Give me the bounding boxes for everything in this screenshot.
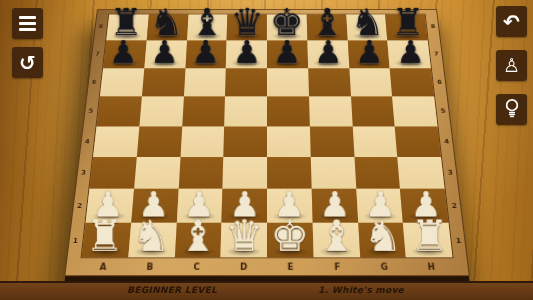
file-label-d: D [219,259,266,275]
restart-button[interactable]: ↺ [12,47,43,78]
lightbulb-icon [503,98,521,122]
square-b5[interactable] [139,97,183,127]
white-bishop-c1[interactable]: ♝ [178,215,217,256]
menu-button[interactable] [12,8,43,39]
file-label-g: G [360,259,408,275]
square-d7[interactable]: ♟ [226,41,267,68]
square-c7[interactable]: ♟ [185,41,227,68]
menu-icon [19,16,36,31]
white-knight-b1[interactable]: ♞ [131,215,170,256]
white-queen-d1[interactable]: ♛ [224,215,263,256]
black-pawn-f7[interactable]: ♟ [314,37,342,67]
white-king-e1[interactable]: ♚ [270,215,309,256]
square-b4[interactable] [136,126,181,157]
white-bishop-f1[interactable]: ♝ [317,215,356,256]
square-h5[interactable] [392,97,437,127]
square-c4[interactable] [180,126,224,157]
square-c5[interactable] [181,97,224,127]
square-g4[interactable] [352,126,397,157]
undo-arrow-icon: ↶ [503,12,520,32]
square-b6[interactable] [141,68,184,96]
square-f6[interactable] [307,68,350,96]
square-h6[interactable] [389,68,433,96]
black-pawn-g7[interactable]: ♟ [355,37,383,67]
square-c1[interactable]: ♝ [174,222,221,257]
hint-button[interactable] [496,94,527,125]
square-a4[interactable] [93,126,139,157]
square-g7[interactable]: ♟ [347,41,390,68]
white-knight-g1[interactable]: ♞ [363,215,402,256]
black-pawn-e7[interactable]: ♟ [273,37,301,67]
white-rook-a1[interactable]: ♜ [85,215,124,256]
move-status-label: 1. White's move [318,285,404,295]
undo-button[interactable]: ↶ [496,6,527,37]
file-label-h: H [407,259,455,275]
board-3d-tilt: 87654321 87654321 ♜♞♝♛♚♝♞♜♟♟♟♟♟♟♟♟♟♟♟♟♟♟… [64,9,470,276]
square-e4[interactable] [267,126,310,157]
file-label-c: C [172,259,220,275]
level-label: BEGINNER LEVEL [127,285,217,295]
board-frame: 87654321 87654321 ♜♞♝♛♚♝♞♜♟♟♟♟♟♟♟♟♟♟♟♟♟♟… [64,9,470,276]
square-e5[interactable] [267,97,310,127]
square-d4[interactable] [223,126,266,157]
pawn-icon: ♙ [503,56,520,75]
file-label-a: A [78,259,126,275]
square-f4[interactable] [309,126,353,157]
black-pawn-a7[interactable]: ♟ [109,37,137,67]
square-a1[interactable]: ♜ [81,222,130,257]
left-toolbar: ↺ [12,8,43,78]
square-a5[interactable] [96,97,141,127]
square-d6[interactable] [225,68,267,96]
right-toolbar: ↶ ♙ [496,6,527,125]
square-e7[interactable]: ♟ [267,41,308,68]
file-label-e: E [267,259,314,275]
square-f7[interactable]: ♟ [307,41,349,68]
black-pawn-d7[interactable]: ♟ [232,37,260,67]
white-rook-h1[interactable]: ♜ [409,215,448,256]
file-label-b: B [125,259,173,275]
square-e1[interactable]: ♚ [267,222,313,257]
square-e6[interactable] [267,68,309,96]
square-g1[interactable]: ♞ [357,222,405,257]
black-pawn-c7[interactable]: ♟ [191,37,219,67]
square-g5[interactable] [350,97,394,127]
square-d1[interactable]: ♛ [220,222,266,257]
square-g6[interactable] [348,68,391,96]
square-d5[interactable] [224,97,267,127]
status-bar: BEGINNER LEVEL 1. White's move [0,281,533,300]
square-a7[interactable]: ♟ [103,41,146,68]
square-c6[interactable] [183,68,226,96]
square-h4[interactable] [394,126,440,157]
square-h7[interactable]: ♟ [387,41,430,68]
square-b7[interactable]: ♟ [144,41,187,68]
square-h1[interactable]: ♜ [403,222,452,257]
black-pawn-h7[interactable]: ♟ [396,37,424,67]
square-a6[interactable] [99,68,143,96]
rotate-icon: ↺ [19,53,36,73]
square-f5[interactable] [308,97,351,127]
file-label-f: F [313,259,361,275]
square-f1[interactable]: ♝ [312,222,359,257]
board-grid: ♜♞♝♛♚♝♞♜♟♟♟♟♟♟♟♟♟♟♟♟♟♟♟♟♜♞♝♛♚♝♞♜ [80,14,453,259]
black-pawn-b7[interactable]: ♟ [150,37,178,67]
board-scene: 87654321 87654321 ♜♞♝♛♚♝♞♜♟♟♟♟♟♟♟♟♟♟♟♟♟♟… [82,0,452,281]
square-b1[interactable]: ♞ [127,222,175,257]
piece-style-button[interactable]: ♙ [496,50,527,81]
file-labels-bottom: ABCDEFGH [78,259,455,275]
